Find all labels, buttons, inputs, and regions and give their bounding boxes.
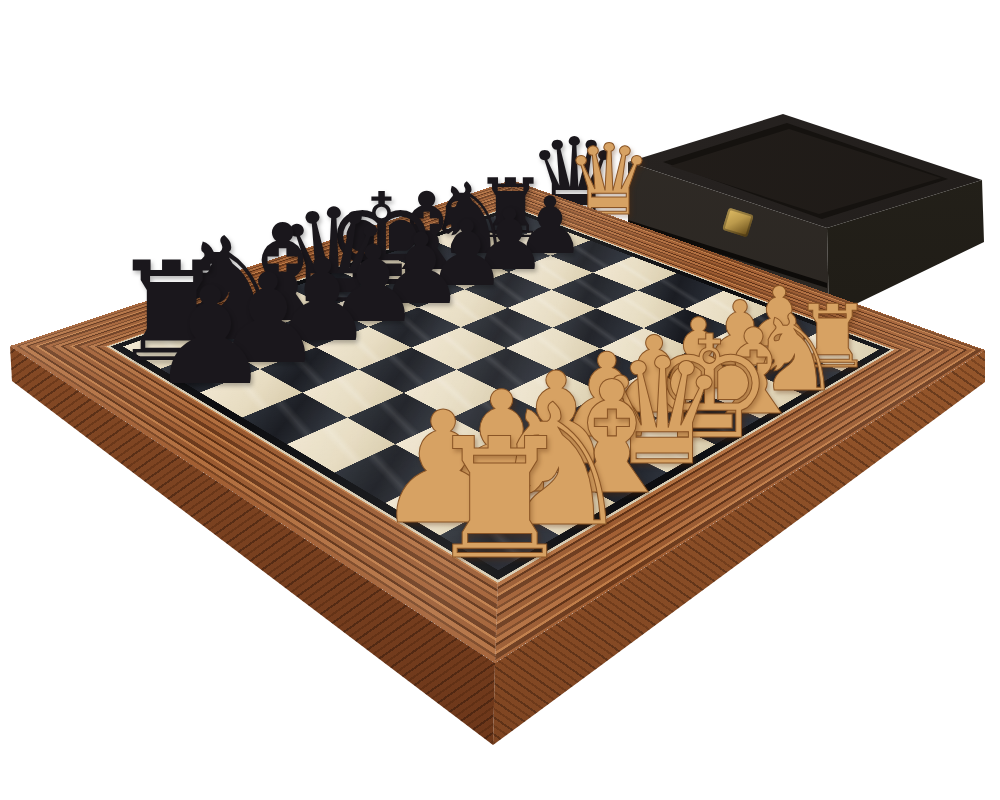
table-surface: ♛ ♛ ♜♞♝♛♚♝♞♜♟♟♟♟♟♟♟♟♟♟♟♟♟♟♟♟♜♞♝♛♚♝♞♜	[0, 0, 1000, 800]
piece-black-pawn-a7[interactable]: ♟	[150, 269, 271, 404]
piece-white-rook-a1[interactable]: ♜	[425, 415, 574, 582]
